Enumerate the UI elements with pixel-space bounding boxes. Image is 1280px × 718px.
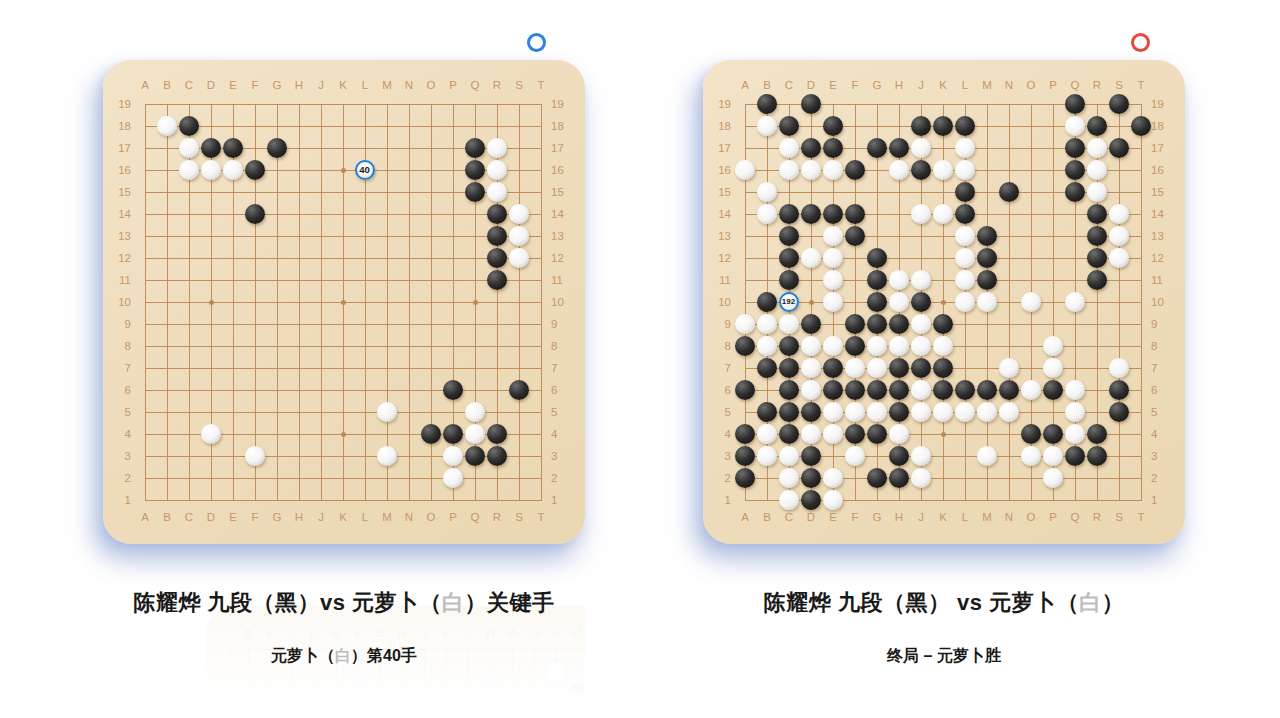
stone-black-A2 bbox=[735, 468, 755, 488]
stone-black-N15 bbox=[999, 182, 1019, 202]
coord-label-row: 17 bbox=[551, 141, 577, 155]
coord-label-col: E bbox=[824, 78, 842, 92]
stone-white-A9 bbox=[735, 314, 755, 334]
stone-black-H9 bbox=[889, 314, 909, 334]
coord-label-col: M bbox=[378, 78, 396, 92]
coord-label-col: L bbox=[459, 626, 477, 640]
stone-white-M5 bbox=[977, 402, 997, 422]
coord-label-col: N bbox=[1000, 510, 1018, 524]
stone-white-P3 bbox=[546, 684, 566, 704]
stone-black-G6 bbox=[867, 380, 887, 400]
stone-white-C16 bbox=[779, 160, 799, 180]
stone-black-J16 bbox=[911, 160, 931, 180]
coord-label-col: P bbox=[444, 78, 462, 92]
stone-black-C13 bbox=[779, 226, 799, 246]
coord-label-col: L bbox=[956, 510, 974, 524]
move-marker-40: 40 bbox=[355, 160, 375, 180]
stone-white-R16 bbox=[1087, 160, 1107, 180]
stone-white-J9 bbox=[911, 314, 931, 334]
coord-label-col: A bbox=[136, 78, 154, 92]
coord-label-col: E bbox=[224, 78, 242, 92]
stone-white-D16 bbox=[801, 160, 821, 180]
coord-label-col: N bbox=[400, 78, 418, 92]
stone-black-O4 bbox=[524, 706, 544, 718]
stone-white-N7 bbox=[999, 358, 1019, 378]
stone-white-P2 bbox=[1043, 468, 1063, 488]
stones-layer: 40 bbox=[145, 104, 542, 501]
stone-white-H11 bbox=[889, 270, 909, 290]
stone-black-A6 bbox=[735, 380, 755, 400]
coord-label-col: G bbox=[268, 78, 286, 92]
stone-white-E12 bbox=[823, 248, 843, 268]
stone-white-E5 bbox=[823, 402, 843, 422]
coord-label-row: 13 bbox=[105, 229, 131, 243]
stone-black-S19 bbox=[1109, 94, 1129, 114]
stone-white-P3 bbox=[1043, 446, 1063, 466]
coord-label-row: 17 bbox=[105, 141, 131, 155]
stone-black-E17 bbox=[823, 138, 843, 158]
stone-white-D4 bbox=[201, 424, 221, 444]
stone-white-Q6 bbox=[1065, 380, 1085, 400]
coord-label-col: A bbox=[239, 626, 257, 640]
coord-label-col: J bbox=[312, 510, 330, 524]
coord-label-col: J bbox=[912, 78, 930, 92]
stone-black-G12 bbox=[867, 248, 887, 268]
stone-white-B15 bbox=[757, 182, 777, 202]
coord-label-col: B bbox=[158, 78, 176, 92]
stone-white-Q4 bbox=[1065, 424, 1085, 444]
stone-black-Q3 bbox=[1065, 446, 1085, 466]
stone-white-L11 bbox=[955, 270, 975, 290]
stone-white-H16 bbox=[889, 160, 909, 180]
stone-black-N6 bbox=[999, 380, 1019, 400]
coord-label-row: 2 bbox=[208, 665, 234, 679]
coord-label-col: C bbox=[180, 78, 198, 92]
stone-white-H8 bbox=[889, 336, 909, 356]
stone-black-F6 bbox=[845, 380, 865, 400]
coord-label-row: 4 bbox=[105, 427, 131, 441]
stone-black-F9 bbox=[845, 314, 865, 334]
coord-label-row: 13 bbox=[551, 229, 577, 243]
coord-label-row: 6 bbox=[1151, 383, 1177, 397]
stone-white-G8 bbox=[867, 336, 887, 356]
coord-label-col: S bbox=[1110, 510, 1128, 524]
stone-black-L15 bbox=[955, 182, 975, 202]
stone-black-D5 bbox=[801, 402, 821, 422]
coord-label-col: J bbox=[415, 626, 433, 640]
stone-black-R11 bbox=[487, 270, 507, 290]
stone-white-K16 bbox=[933, 160, 953, 180]
stone-black-R12 bbox=[487, 248, 507, 268]
stone-black-J18 bbox=[911, 116, 931, 136]
coord-label-col: A bbox=[136, 510, 154, 524]
coord-label-row: 3 bbox=[1151, 449, 1177, 463]
stone-white-D4 bbox=[801, 424, 821, 444]
stone-white-F3 bbox=[348, 684, 368, 704]
coord-label-col: B bbox=[758, 78, 776, 92]
stone-black-D19 bbox=[801, 94, 821, 114]
stone-white-E16 bbox=[223, 160, 243, 180]
stone-black-G2 bbox=[867, 468, 887, 488]
coord-label-row: 15 bbox=[1151, 185, 1177, 199]
coord-label-col: T bbox=[532, 78, 550, 92]
coord-label-col: Q bbox=[1066, 510, 1084, 524]
stone-black-Q17 bbox=[1065, 138, 1085, 158]
stone-black-B5 bbox=[757, 402, 777, 422]
coord-label-row: 3 bbox=[208, 687, 234, 701]
stone-black-D14 bbox=[801, 204, 821, 224]
coord-label-row: 5 bbox=[705, 405, 731, 419]
coord-label-col: Q bbox=[466, 78, 484, 92]
stone-black-Q19 bbox=[1065, 94, 1085, 114]
coord-label-col: B bbox=[261, 626, 279, 640]
stone-black-O4 bbox=[1021, 424, 1041, 444]
stone-white-Q4 bbox=[568, 706, 585, 718]
stone-white-S13 bbox=[509, 226, 529, 246]
stone-black-C4 bbox=[779, 424, 799, 444]
coord-label-col: F bbox=[349, 626, 367, 640]
coord-label-col: D bbox=[305, 626, 323, 640]
move-marker-192: 192 bbox=[779, 292, 799, 312]
coord-label-col: D bbox=[802, 78, 820, 92]
stone-black-B19 bbox=[757, 94, 777, 114]
coord-label-col: L bbox=[956, 78, 974, 92]
stone-black-G10 bbox=[867, 292, 887, 312]
stone-white-E1 bbox=[823, 490, 843, 510]
stone-white-S12 bbox=[509, 248, 529, 268]
coord-label-col: E bbox=[224, 510, 242, 524]
coord-label-col: D bbox=[802, 510, 820, 524]
stone-black-D3 bbox=[801, 446, 821, 466]
coord-label-row: 2 bbox=[551, 471, 577, 485]
stone-black-R14 bbox=[487, 204, 507, 224]
stone-white-L16 bbox=[955, 160, 975, 180]
coord-label-row: 5 bbox=[1151, 405, 1177, 419]
stone-black-Q17 bbox=[465, 138, 485, 158]
stone-black-G9 bbox=[867, 314, 887, 334]
coord-label-row: 15 bbox=[705, 185, 731, 199]
stone-black-H3 bbox=[889, 446, 909, 466]
stone-black-Q16 bbox=[465, 160, 485, 180]
stone-black-E6 bbox=[823, 380, 843, 400]
coord-label-col: C bbox=[180, 510, 198, 524]
stone-black-C7 bbox=[779, 358, 799, 378]
stone-white-M3 bbox=[977, 446, 997, 466]
coord-label-col: H bbox=[290, 510, 308, 524]
stone-white-M3 bbox=[377, 446, 397, 466]
coord-label-row: 19 bbox=[105, 97, 131, 111]
coord-label-row: 1 bbox=[551, 493, 577, 507]
stone-black-H17 bbox=[889, 138, 909, 158]
stone-white-E16 bbox=[823, 160, 843, 180]
coord-label-col: A bbox=[736, 510, 754, 524]
coord-label-row: 17 bbox=[1151, 141, 1177, 155]
coord-label-row: 7 bbox=[705, 361, 731, 375]
coord-label-col: H bbox=[890, 78, 908, 92]
coord-label-col: Q bbox=[466, 510, 484, 524]
coord-label-col: O bbox=[1022, 78, 1040, 92]
stone-white-L17 bbox=[955, 138, 975, 158]
coord-label-col: P bbox=[547, 626, 565, 640]
stone-white-M3 bbox=[480, 684, 500, 704]
board-title: 陈耀烨 九段（黑） vs 元萝卜（白） bbox=[703, 588, 1185, 618]
coord-label-col: P bbox=[444, 510, 462, 524]
stone-black-Q3 bbox=[465, 446, 485, 466]
stone-black-P6 bbox=[1043, 380, 1063, 400]
coord-label-col: K bbox=[934, 510, 952, 524]
stone-black-S6 bbox=[1109, 380, 1129, 400]
stone-black-B7 bbox=[757, 358, 777, 378]
stone-white-D16 bbox=[201, 160, 221, 180]
coord-label-row: 7 bbox=[551, 361, 577, 375]
stone-white-J17 bbox=[911, 138, 931, 158]
stone-black-R4 bbox=[487, 424, 507, 444]
stone-white-S14 bbox=[1109, 204, 1129, 224]
stone-black-P4 bbox=[443, 424, 463, 444]
coord-label-row: 4 bbox=[551, 427, 577, 441]
coord-label-row: 10 bbox=[105, 295, 131, 309]
stone-white-D8 bbox=[801, 336, 821, 356]
coord-label-col: K bbox=[334, 510, 352, 524]
star-point bbox=[444, 713, 449, 718]
coord-label-col: E bbox=[327, 626, 345, 640]
stone-black-R18 bbox=[1087, 116, 1107, 136]
stone-black-L6 bbox=[955, 380, 975, 400]
stone-black-R12 bbox=[1087, 248, 1107, 268]
coord-label-col: K bbox=[437, 626, 455, 640]
stone-white-B18 bbox=[157, 116, 177, 136]
stone-black-A4 bbox=[735, 424, 755, 444]
coord-label-col: M bbox=[378, 510, 396, 524]
coord-label-col: G bbox=[868, 510, 886, 524]
coord-label-row: 18 bbox=[105, 119, 131, 133]
stone-black-S5 bbox=[1109, 402, 1129, 422]
coord-label-row: 7 bbox=[1151, 361, 1177, 375]
coord-label-row: 1 bbox=[1151, 493, 1177, 507]
stone-black-D9 bbox=[801, 314, 821, 334]
stone-white-J14 bbox=[911, 204, 931, 224]
coord-label-col: A bbox=[736, 78, 754, 92]
stone-black-C12 bbox=[779, 248, 799, 268]
stone-white-Q10 bbox=[1065, 292, 1085, 312]
coord-label-row: 12 bbox=[551, 251, 577, 265]
coord-label-col: T bbox=[1132, 78, 1150, 92]
coord-label-col: O bbox=[422, 510, 440, 524]
coord-label-col: D bbox=[202, 78, 220, 92]
coord-label-col: L bbox=[356, 510, 374, 524]
stone-black-D1 bbox=[801, 490, 821, 510]
coord-label-row: 10 bbox=[1151, 295, 1177, 309]
coord-label-row: 11 bbox=[551, 273, 577, 287]
stone-black-G11 bbox=[867, 270, 887, 290]
stone-white-B14 bbox=[757, 204, 777, 224]
stone-black-M6 bbox=[977, 380, 997, 400]
stone-white-G5 bbox=[867, 402, 887, 422]
coord-label-row: 16 bbox=[551, 163, 577, 177]
stone-white-B9 bbox=[757, 314, 777, 334]
stone-white-K8 bbox=[933, 336, 953, 356]
stone-white-J11 bbox=[911, 270, 931, 290]
coord-label-col: J bbox=[912, 510, 930, 524]
stone-black-H5 bbox=[889, 402, 909, 422]
coord-label-row: 1 bbox=[705, 493, 731, 507]
stone-black-Q15 bbox=[465, 182, 485, 202]
coord-label-col: R bbox=[488, 78, 506, 92]
coord-label-row: 9 bbox=[1151, 317, 1177, 331]
stone-black-P6 bbox=[443, 380, 463, 400]
red-dot-icon[interactable] bbox=[1131, 33, 1150, 52]
stone-black-R3 bbox=[1087, 446, 1107, 466]
stone-black-L14 bbox=[955, 204, 975, 224]
stone-white-H10 bbox=[889, 292, 909, 312]
stone-white-L5 bbox=[955, 402, 975, 422]
stone-black-D2 bbox=[801, 468, 821, 488]
coord-label-row: 19 bbox=[1151, 97, 1177, 111]
stone-white-F3 bbox=[845, 446, 865, 466]
coord-label-col: N bbox=[1000, 78, 1018, 92]
stone-white-L10 bbox=[955, 292, 975, 312]
coord-label-col: C bbox=[283, 626, 301, 640]
stone-black-C18 bbox=[779, 116, 799, 136]
coord-label-row: 4 bbox=[208, 709, 234, 718]
stone-white-Q4 bbox=[465, 424, 485, 444]
coord-label-row: 9 bbox=[551, 317, 577, 331]
stone-white-E13 bbox=[823, 226, 843, 246]
coord-label-col: O bbox=[525, 626, 543, 640]
stone-black-M13 bbox=[977, 226, 997, 246]
stone-white-Q5 bbox=[1065, 402, 1085, 422]
coord-label-col: M bbox=[978, 510, 996, 524]
stone-white-L13 bbox=[955, 226, 975, 246]
stone-black-G4 bbox=[867, 424, 887, 444]
coord-label-row: 5 bbox=[105, 405, 131, 419]
coord-label-row: 16 bbox=[1151, 163, 1177, 177]
coord-label-row: 19 bbox=[705, 97, 731, 111]
coord-label-row: 18 bbox=[705, 119, 731, 133]
stone-black-C11 bbox=[779, 270, 799, 290]
stone-black-D17 bbox=[201, 138, 221, 158]
coord-label-col: S bbox=[1110, 78, 1128, 92]
stone-white-D4 bbox=[304, 706, 324, 718]
stone-black-F16 bbox=[245, 160, 265, 180]
coord-label-col: C bbox=[780, 78, 798, 92]
coord-label-row: 18 bbox=[1151, 119, 1177, 133]
stone-white-B4 bbox=[757, 424, 777, 444]
stone-white-Q18 bbox=[1065, 116, 1085, 136]
coord-label-col: N bbox=[400, 510, 418, 524]
stone-white-M5 bbox=[377, 402, 397, 422]
coord-label-row: 2 bbox=[105, 471, 131, 485]
coord-label-col: R bbox=[488, 510, 506, 524]
stone-white-D6 bbox=[801, 380, 821, 400]
coord-label-col: R bbox=[1088, 510, 1106, 524]
stone-black-E17 bbox=[223, 138, 243, 158]
stone-black-R14 bbox=[1087, 204, 1107, 224]
stone-white-F5 bbox=[845, 402, 865, 422]
coord-label-row: 6 bbox=[105, 383, 131, 397]
stone-black-A3 bbox=[735, 446, 755, 466]
coord-label-row: 19 bbox=[551, 97, 577, 111]
coord-label-row: 15 bbox=[105, 185, 131, 199]
stone-black-H7 bbox=[889, 358, 909, 378]
stone-white-D12 bbox=[801, 248, 821, 268]
board-reflection: AABBCCDDEEFFGGHHJJKKLLMMNNOOPPQQRRSSTT19… bbox=[703, 546, 1185, 718]
stone-black-R11 bbox=[1087, 270, 1107, 290]
coord-label-col: L bbox=[356, 78, 374, 92]
stone-white-S14 bbox=[509, 204, 529, 224]
stone-white-R15 bbox=[487, 182, 507, 202]
stone-white-J6 bbox=[911, 380, 931, 400]
coord-label-col: N bbox=[503, 626, 521, 640]
coord-label-col: D bbox=[202, 510, 220, 524]
stone-white-E2 bbox=[823, 468, 843, 488]
stone-white-E4 bbox=[823, 424, 843, 444]
stone-black-G17 bbox=[867, 138, 887, 158]
coord-label-col: T bbox=[1132, 510, 1150, 524]
stone-black-T18 bbox=[1131, 116, 1151, 136]
coord-label-row: 2 bbox=[705, 471, 731, 485]
go-board-key-move: AABBCCDDEEFFGGHHJJKKLLMMNNOOPPQQRRSSTT19… bbox=[103, 60, 585, 544]
coord-label-row: 18 bbox=[551, 119, 577, 133]
coord-label-col: T bbox=[532, 510, 550, 524]
stone-black-J7 bbox=[911, 358, 931, 378]
stone-white-C17 bbox=[179, 138, 199, 158]
coord-label-row: 11 bbox=[1151, 273, 1177, 287]
coord-label-col: P bbox=[1044, 510, 1062, 524]
coord-label-row: 6 bbox=[705, 383, 731, 397]
stone-black-E7 bbox=[823, 358, 843, 378]
stone-black-K9 bbox=[933, 314, 953, 334]
stone-black-C18 bbox=[179, 116, 199, 136]
coord-label-row: 9 bbox=[705, 317, 731, 331]
stone-black-K7 bbox=[933, 358, 953, 378]
coord-label-col: S bbox=[510, 510, 528, 524]
page: AABBCCDDEEFFGGHHJJKKLLMMNNOOPPQQRRSSTT19… bbox=[0, 0, 1280, 718]
coord-label-col: Q bbox=[569, 626, 585, 640]
stone-white-A16 bbox=[735, 160, 755, 180]
stone-black-F14 bbox=[845, 204, 865, 224]
coord-label-col: B bbox=[158, 510, 176, 524]
stone-white-C3 bbox=[779, 446, 799, 466]
coord-label-col: R bbox=[1088, 78, 1106, 92]
stone-black-F8 bbox=[845, 336, 865, 356]
stone-black-H6 bbox=[889, 380, 909, 400]
stone-black-K18 bbox=[933, 116, 953, 136]
stone-black-M12 bbox=[977, 248, 997, 268]
coord-label-col: O bbox=[1022, 510, 1040, 524]
coord-label-row: 14 bbox=[551, 207, 577, 221]
coord-label-row: 9 bbox=[105, 317, 131, 331]
stone-black-R3 bbox=[487, 446, 507, 466]
coord-label-row: 14 bbox=[705, 207, 731, 221]
coord-label-row: 3 bbox=[551, 449, 577, 463]
stone-white-J8 bbox=[911, 336, 931, 356]
stone-white-K14 bbox=[933, 204, 953, 224]
board-reflection: AABBCCDDEEFFGGHHJJKKLLMMNNOOPPQQRRSSTT19… bbox=[103, 546, 585, 718]
stone-white-S7 bbox=[1109, 358, 1129, 378]
coord-label-row: 13 bbox=[705, 229, 731, 243]
coord-label-col: M bbox=[481, 626, 499, 640]
stone-white-O10 bbox=[1021, 292, 1041, 312]
stones-layer: 192 bbox=[745, 104, 1142, 501]
stone-black-F16 bbox=[845, 160, 865, 180]
coord-label-row: 4 bbox=[705, 427, 731, 441]
coord-label-col: F bbox=[246, 78, 264, 92]
stone-white-O3 bbox=[1021, 446, 1041, 466]
blue-dot-icon[interactable] bbox=[527, 33, 546, 52]
stone-black-A8 bbox=[735, 336, 755, 356]
coord-label-row: 4 bbox=[1151, 427, 1177, 441]
